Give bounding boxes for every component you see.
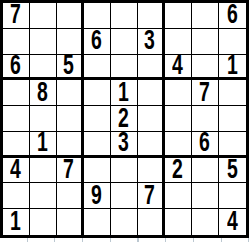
cell-r5c3[interactable]: [57, 106, 84, 132]
cell-r2c5[interactable]: [111, 29, 138, 55]
given-digit: 1: [119, 80, 130, 105]
cell-r9c8[interactable]: [192, 209, 219, 235]
given-digit: 6: [200, 132, 211, 156]
cell-r2c1[interactable]: [3, 29, 30, 55]
cell-r3c1[interactable]: 6: [3, 55, 30, 81]
cell-r6c5[interactable]: 3: [111, 132, 138, 158]
cell-r8c2[interactable]: [30, 183, 57, 209]
cell-r4c6[interactable]: [138, 80, 165, 106]
cell-r4c8[interactable]: 7: [192, 80, 219, 106]
cell-r8c5[interactable]: [111, 183, 138, 209]
cell-r6c4[interactable]: [84, 132, 111, 158]
given-digit: 4: [227, 209, 238, 235]
cell-r5c7[interactable]: [165, 106, 192, 132]
cell-r5c5[interactable]: 2: [111, 106, 138, 132]
given-digit: 4: [173, 55, 184, 79]
given-digit: 1: [38, 132, 49, 156]
cell-r3c5[interactable]: [111, 55, 138, 81]
cell-r7c6[interactable]: [138, 158, 165, 184]
cell-r9c2[interactable]: [30, 209, 57, 235]
cell-r8c1[interactable]: [3, 183, 30, 209]
cell-r2c4[interactable]: 6: [84, 29, 111, 55]
cell-r3c6[interactable]: [138, 55, 165, 81]
sudoku-page: 76636541817213647259714: [0, 0, 249, 242]
cell-r7c2[interactable]: [30, 158, 57, 184]
given-digit: 2: [119, 106, 130, 131]
cell-r5c6[interactable]: [138, 106, 165, 132]
given-digit: 1: [227, 55, 238, 79]
given-digit: 7: [145, 183, 156, 208]
cell-r6c1[interactable]: [3, 132, 30, 158]
cell-r1c1[interactable]: 7: [3, 3, 30, 29]
given-digit: 3: [145, 29, 156, 54]
given-digit: 1: [11, 209, 22, 235]
given-digit: 3: [119, 132, 130, 156]
cell-r8c9[interactable]: [219, 183, 246, 209]
cell-r7c7[interactable]: 2: [165, 158, 192, 184]
given-digit: 6: [92, 29, 103, 54]
cell-r7c1[interactable]: 4: [3, 158, 30, 184]
cell-r9c7[interactable]: [165, 209, 192, 235]
cell-r9c6[interactable]: [138, 209, 165, 235]
cell-r4c2[interactable]: 8: [30, 80, 57, 106]
cell-r5c8[interactable]: [192, 106, 219, 132]
cell-r2c2[interactable]: [30, 29, 57, 55]
cell-r3c7[interactable]: 4: [165, 55, 192, 81]
cell-r8c8[interactable]: [192, 183, 219, 209]
cell-r3c8[interactable]: [192, 55, 219, 81]
cell-r7c8[interactable]: [192, 158, 219, 184]
given-digit: 5: [64, 55, 75, 79]
given-digit: 7: [64, 158, 75, 183]
sudoku-board: 76636541817213647259714: [0, 0, 249, 238]
cell-r6c2[interactable]: 1: [30, 132, 57, 158]
given-digit: 7: [11, 3, 22, 28]
cell-r1c4[interactable]: [84, 3, 111, 29]
cell-r9c1[interactable]: 1: [3, 209, 30, 235]
cell-r6c7[interactable]: [165, 132, 192, 158]
cell-r4c4[interactable]: [84, 80, 111, 106]
cell-r4c3[interactable]: [57, 80, 84, 106]
cell-r4c7[interactable]: [165, 80, 192, 106]
given-digit: 5: [227, 158, 238, 183]
cell-r1c8[interactable]: [192, 3, 219, 29]
cell-r2c7[interactable]: [165, 29, 192, 55]
cell-r5c1[interactable]: [3, 106, 30, 132]
cell-r1c7[interactable]: [165, 3, 192, 29]
cell-r8c3[interactable]: [57, 183, 84, 209]
cell-r7c4[interactable]: [84, 158, 111, 184]
given-digit: 6: [227, 3, 238, 28]
cell-r5c4[interactable]: [84, 106, 111, 132]
given-digit: 2: [173, 158, 184, 183]
cell-r6c8[interactable]: 6: [192, 132, 219, 158]
cell-r2c3[interactable]: [57, 29, 84, 55]
cell-r8c6[interactable]: 7: [138, 183, 165, 209]
cell-r4c9[interactable]: [219, 80, 246, 106]
cell-r4c1[interactable]: [3, 80, 30, 106]
cell-r9c3[interactable]: [57, 209, 84, 235]
cell-r5c2[interactable]: [30, 106, 57, 132]
cell-r4c5[interactable]: 1: [111, 80, 138, 106]
cell-r2c6[interactable]: 3: [138, 29, 165, 55]
cell-r6c3[interactable]: [57, 132, 84, 158]
cell-r1c6[interactable]: [138, 3, 165, 29]
cell-r9c5[interactable]: [111, 209, 138, 235]
cell-r1c3[interactable]: [57, 3, 84, 29]
cell-r3c2[interactable]: [30, 55, 57, 81]
cell-r7c3[interactable]: 7: [57, 158, 84, 184]
cell-r8c4[interactable]: 9: [84, 183, 111, 209]
given-digit: 4: [11, 158, 22, 183]
cell-r2c8[interactable]: [192, 29, 219, 55]
cell-r2c9[interactable]: [219, 29, 246, 55]
cell-r7c9[interactable]: 5: [219, 158, 246, 184]
page-background-strip: [0, 238, 249, 242]
given-digit: 9: [92, 183, 103, 208]
cell-r9c9[interactable]: 4: [219, 209, 246, 235]
given-digit: 6: [11, 55, 22, 79]
cell-r1c5[interactable]: [111, 3, 138, 29]
cell-r1c2[interactable]: [30, 3, 57, 29]
cell-r1c9[interactable]: 6: [219, 3, 246, 29]
cell-r7c5[interactable]: [111, 158, 138, 184]
cell-r6c6[interactable]: [138, 132, 165, 158]
given-digit: 7: [200, 80, 211, 105]
cell-r8c7[interactable]: [165, 183, 192, 209]
cell-r3c9[interactable]: 1: [219, 55, 246, 81]
cell-r5c9[interactable]: [219, 106, 246, 132]
cell-r3c4[interactable]: [84, 55, 111, 81]
cell-r3c3[interactable]: 5: [57, 55, 84, 81]
cell-r6c9[interactable]: [219, 132, 246, 158]
cell-r9c4[interactable]: [84, 209, 111, 235]
given-digit: 8: [38, 80, 49, 105]
